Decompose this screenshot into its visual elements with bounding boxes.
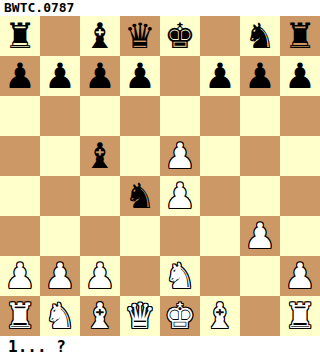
square-e6[interactable] [160,96,200,136]
black-knight-piece: ♞ [120,176,160,216]
black-bishop-piece: ♝ [80,16,120,56]
square-f8[interactable] [200,16,240,56]
black-king-piece: ♚ [160,16,200,56]
square-d8[interactable]: ♛ [120,16,160,56]
black-pawn-piece: ♟ [40,56,80,96]
black-pawn-piece: ♟ [80,56,120,96]
square-d1[interactable]: ♛ [120,296,160,336]
square-c6[interactable] [80,96,120,136]
move-prompt: 1... ? [0,336,320,360]
chess-app-window: BWTC.0787 ♜♝♛♚♞♜♟♟♟♟♟♟♟♝♟♞♟♟♟♟♟♞♟♜♞♝♛♚♝♜… [0,0,320,360]
square-h3[interactable] [280,216,320,256]
black-pawn-piece: ♟ [280,56,320,96]
black-rook-piece: ♜ [0,16,40,56]
square-d3[interactable] [120,216,160,256]
square-g6[interactable] [240,96,280,136]
white-pawn-piece: ♟ [80,256,120,296]
white-queen-piece: ♛ [120,296,160,336]
black-pawn-piece: ♟ [0,56,40,96]
black-pawn-piece: ♟ [120,56,160,96]
white-pawn-piece: ♟ [0,256,40,296]
white-bishop-piece: ♝ [80,296,120,336]
white-bishop-piece: ♝ [200,296,240,336]
square-b6[interactable] [40,96,80,136]
square-b4[interactable] [40,176,80,216]
square-h7[interactable]: ♟ [280,56,320,96]
square-b3[interactable] [40,216,80,256]
white-pawn-piece: ♟ [40,256,80,296]
white-pawn-piece: ♟ [280,256,320,296]
square-f3[interactable] [200,216,240,256]
square-f6[interactable] [200,96,240,136]
square-c1[interactable]: ♝ [80,296,120,336]
square-g5[interactable] [240,136,280,176]
white-rook-piece: ♜ [0,296,40,336]
square-f1[interactable]: ♝ [200,296,240,336]
white-pawn-piece: ♟ [160,136,200,176]
square-a2[interactable]: ♟ [0,256,40,296]
black-pawn-piece: ♟ [200,56,240,96]
black-rook-piece: ♜ [280,16,320,56]
square-e7[interactable] [160,56,200,96]
square-h4[interactable] [280,176,320,216]
white-knight-piece: ♞ [160,256,200,296]
square-g1[interactable] [240,296,280,336]
white-pawn-piece: ♟ [160,176,200,216]
white-knight-piece: ♞ [40,296,80,336]
square-d7[interactable]: ♟ [120,56,160,96]
square-a4[interactable] [0,176,40,216]
square-e8[interactable]: ♚ [160,16,200,56]
square-e4[interactable]: ♟ [160,176,200,216]
square-c4[interactable] [80,176,120,216]
square-c7[interactable]: ♟ [80,56,120,96]
square-e3[interactable] [160,216,200,256]
square-b8[interactable] [40,16,80,56]
square-c8[interactable]: ♝ [80,16,120,56]
square-b7[interactable]: ♟ [40,56,80,96]
square-d4[interactable]: ♞ [120,176,160,216]
square-e5[interactable]: ♟ [160,136,200,176]
square-d6[interactable] [120,96,160,136]
square-h2[interactable]: ♟ [280,256,320,296]
square-g2[interactable] [240,256,280,296]
black-queen-piece: ♛ [120,16,160,56]
square-a8[interactable]: ♜ [0,16,40,56]
white-rook-piece: ♜ [280,296,320,336]
square-f4[interactable] [200,176,240,216]
square-a7[interactable]: ♟ [0,56,40,96]
black-pawn-piece: ♟ [240,56,280,96]
square-e1[interactable]: ♚ [160,296,200,336]
square-b5[interactable] [40,136,80,176]
square-c3[interactable] [80,216,120,256]
square-f5[interactable] [200,136,240,176]
chess-board: ♜♝♛♚♞♜♟♟♟♟♟♟♟♝♟♞♟♟♟♟♟♞♟♜♞♝♛♚♝♜ [0,16,320,336]
square-a1[interactable]: ♜ [0,296,40,336]
square-f2[interactable] [200,256,240,296]
square-c2[interactable]: ♟ [80,256,120,296]
square-a5[interactable] [0,136,40,176]
square-h1[interactable]: ♜ [280,296,320,336]
square-a6[interactable] [0,96,40,136]
square-h5[interactable] [280,136,320,176]
square-d5[interactable] [120,136,160,176]
square-g7[interactable]: ♟ [240,56,280,96]
white-king-piece: ♚ [160,296,200,336]
square-d2[interactable] [120,256,160,296]
square-h6[interactable] [280,96,320,136]
black-bishop-piece: ♝ [80,136,120,176]
square-b2[interactable]: ♟ [40,256,80,296]
white-pawn-piece: ♟ [240,216,280,256]
square-b1[interactable]: ♞ [40,296,80,336]
square-e2[interactable]: ♞ [160,256,200,296]
square-g3[interactable]: ♟ [240,216,280,256]
square-f7[interactable]: ♟ [200,56,240,96]
square-h8[interactable]: ♜ [280,16,320,56]
square-c5[interactable]: ♝ [80,136,120,176]
black-knight-piece: ♞ [240,16,280,56]
square-g8[interactable]: ♞ [240,16,280,56]
square-g4[interactable] [240,176,280,216]
square-a3[interactable] [0,216,40,256]
window-title: BWTC.0787 [0,0,320,16]
